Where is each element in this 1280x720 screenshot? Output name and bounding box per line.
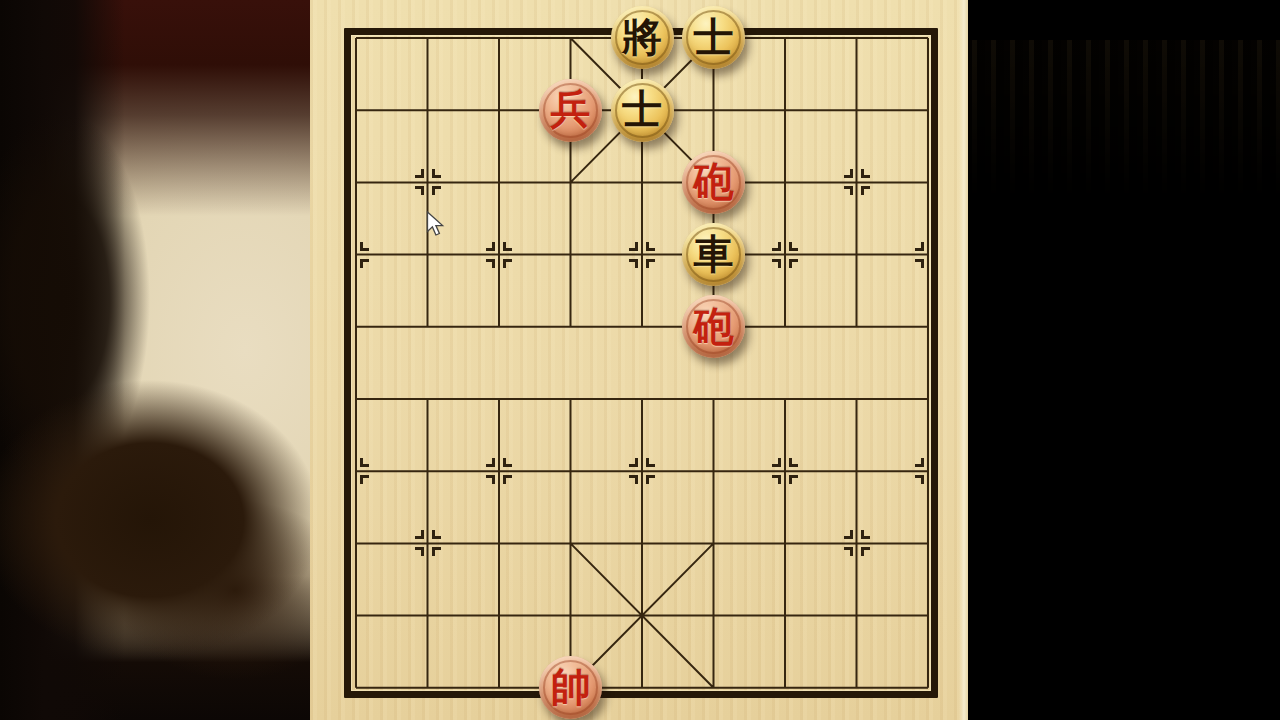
board-surface[interactable]: 將士兵士砲車砲帥	[310, 0, 968, 720]
piece-red-general[interactable]: 帥	[539, 656, 602, 719]
black-advisor-1-glyph: 士	[694, 17, 734, 57]
left-background-dragon-carving	[0, 0, 312, 720]
piece-black-general[interactable]: 將	[611, 6, 674, 69]
piece-red-cannon-1[interactable]: 砲	[682, 151, 745, 214]
red-general-glyph: 帥	[551, 667, 591, 707]
right-background-streaks	[966, 40, 1280, 200]
black-chariot-glyph: 車	[694, 234, 734, 274]
red-soldier-glyph: 兵	[551, 89, 591, 129]
piece-red-cannon-2[interactable]: 砲	[682, 295, 745, 358]
xiangqi-app-screen: 將士兵士砲車砲帥	[0, 0, 1280, 720]
black-advisor-2-glyph: 士	[622, 89, 662, 129]
piece-red-soldier[interactable]: 兵	[539, 79, 602, 142]
piece-black-advisor-1[interactable]: 士	[682, 6, 745, 69]
piece-black-advisor-2[interactable]: 士	[611, 79, 674, 142]
red-cannon-1-glyph: 砲	[694, 161, 734, 201]
right-background-gold-texture	[966, 0, 1280, 720]
red-cannon-2-glyph: 砲	[694, 306, 734, 346]
pieces-grid[interactable]: 將士兵士砲車砲帥	[320, 2, 964, 720]
black-general-glyph: 將	[622, 17, 662, 57]
piece-black-chariot[interactable]: 車	[682, 223, 745, 286]
